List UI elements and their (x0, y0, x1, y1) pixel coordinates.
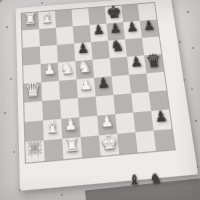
square-h7[interactable]: ♟ (140, 19, 159, 37)
square-b8[interactable]: ♝ (38, 11, 56, 29)
square-f3[interactable] (113, 93, 133, 114)
white-pawn[interactable]: ♟ (40, 59, 58, 79)
square-c7[interactable] (56, 26, 74, 45)
square-d2[interactable] (79, 116, 99, 137)
square-h2[interactable]: ♟ (151, 109, 172, 130)
square-a8[interactable]: ♜ (22, 12, 39, 30)
square-h4[interactable] (146, 72, 166, 92)
square-h5[interactable]: ♛ (144, 54, 164, 73)
square-f4[interactable] (112, 75, 132, 95)
board-photo: ♜♝♚♟♟♟♟♟♞♟♞♞♟♛♛♟♟♝♟♟♟*♜♚ ♝♞ (0, 0, 200, 200)
square-b5[interactable]: ♟ (41, 63, 59, 83)
black-pawn[interactable]: ♟ (123, 18, 142, 36)
square-c8[interactable] (55, 10, 73, 28)
square-a2[interactable] (25, 120, 44, 142)
square-b1[interactable] (44, 139, 64, 161)
square-a7[interactable] (22, 29, 40, 48)
square-b7[interactable] (39, 28, 57, 47)
dust-speckles (0, 0, 2, 2)
square-g7[interactable]: ♟ (123, 21, 142, 39)
square-c5[interactable]: ♞ (58, 61, 77, 81)
square-e7[interactable]: ♟ (90, 24, 108, 43)
captured-black-knight: ♞ (149, 170, 162, 187)
square-e1[interactable]: ♚ (99, 134, 119, 156)
square-d1[interactable] (81, 135, 101, 157)
white-rook[interactable]: ♜ (62, 134, 82, 156)
square-a4[interactable]: ♛ (24, 82, 42, 102)
square-a3[interactable] (24, 101, 43, 122)
square-f2[interactable] (115, 113, 135, 134)
white-rook[interactable]: ♜ (22, 9, 39, 27)
square-d8[interactable] (72, 8, 90, 26)
white-bishop[interactable]: ♝ (38, 8, 56, 26)
corner-ornament-icon: * (25, 140, 44, 162)
black-pawn[interactable]: ♟ (94, 73, 113, 93)
square-d3[interactable] (78, 96, 97, 117)
square-h1[interactable] (154, 129, 175, 151)
square-c1[interactable]: ♜ (62, 137, 82, 159)
square-f6[interactable]: ♞ (108, 39, 127, 58)
square-f5[interactable] (110, 57, 129, 77)
black-pawn[interactable]: ♟ (89, 21, 107, 39)
captured-black-bishop: ♝ (128, 171, 141, 188)
black-king[interactable]: ♚ (104, 3, 122, 21)
black-pawn[interactable]: ♟ (106, 19, 125, 37)
square-d4[interactable]: ♟ (77, 78, 96, 98)
square-e6[interactable] (91, 41, 110, 60)
black-knight[interactable]: ♞ (108, 36, 127, 55)
black-pawn[interactable]: ♟ (151, 106, 172, 127)
square-c4[interactable] (59, 79, 78, 99)
white-king[interactable]: ♚ (99, 130, 119, 152)
white-knight[interactable]: ♞ (75, 57, 94, 77)
vinyl-board-mat: ♜♝♚♟♟♟♟♟♞♟♞♞♟♛♛♟♟♝♟♟♟*♜♚ (16, 0, 199, 191)
square-f1[interactable] (117, 132, 137, 154)
white-knight[interactable]: ♞ (58, 58, 77, 78)
white-bishop[interactable]: ♝ (43, 115, 62, 136)
white-queen[interactable]: ♛ (24, 79, 42, 99)
captured-pieces-tray: ♝♞ (128, 170, 163, 188)
square-g5[interactable]: ♟ (127, 55, 146, 74)
black-pawn[interactable]: ♟ (139, 17, 158, 35)
black-queen[interactable]: ♛ (144, 51, 164, 70)
chess-board: ♜♝♚♟♟♟♟♟♞♟♞♞♟♛♛♟♟♝♟♟♟*♜♚ (22, 3, 175, 163)
square-g4[interactable] (129, 73, 149, 93)
square-a1[interactable]: * (25, 140, 44, 162)
square-e4[interactable]: ♟ (94, 76, 113, 96)
square-g3[interactable] (131, 92, 151, 113)
black-pawn[interactable]: ♟ (127, 52, 146, 71)
black-pawn[interactable]: ♟ (74, 39, 92, 58)
square-b2[interactable]: ♝ (43, 119, 62, 141)
square-b4[interactable] (41, 81, 60, 101)
white-pawn[interactable]: ♟ (76, 75, 95, 95)
white-pawn[interactable]: ♟ (61, 114, 80, 135)
square-a6[interactable] (23, 46, 41, 65)
